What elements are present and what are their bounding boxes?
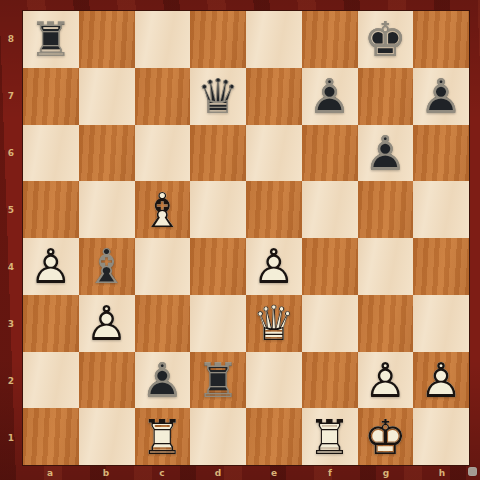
file-label-f: f [302,466,358,480]
black-rook[interactable]: ♜♖ [190,352,246,409]
file-labels: abcdefgh [22,466,470,480]
square-g8[interactable]: ♚♔ [358,11,414,68]
rank-label-3: 3 [0,295,22,352]
white-bishop[interactable]: ♝♗ [135,181,191,238]
file-label-g: g [358,466,414,480]
square-d8[interactable] [190,11,246,68]
square-h4[interactable] [413,238,469,295]
file-label-c: c [134,466,190,480]
file-label-a: a [22,466,78,480]
rank-label-1: 1 [0,409,22,466]
square-e4[interactable]: ♟♙ [246,238,302,295]
square-d6[interactable] [190,125,246,182]
file-label-d: d [190,466,246,480]
square-h1[interactable] [413,408,469,465]
piece-glyph-outline: ♖ [135,408,191,465]
square-c7[interactable] [135,68,191,125]
piece-glyph-outline: ♔ [358,11,414,68]
square-e1[interactable] [246,408,302,465]
square-g1[interactable]: ♚♔ [358,408,414,465]
white-pawn[interactable]: ♟♙ [413,352,469,409]
square-a7[interactable] [23,68,79,125]
black-queen[interactable]: ♛♕ [190,68,246,125]
piece-glyph-outline: ♖ [23,11,79,68]
square-f8[interactable] [302,11,358,68]
square-a2[interactable] [23,352,79,409]
square-d1[interactable] [190,408,246,465]
rank-labels: 87654321 [0,10,22,466]
square-a4[interactable]: ♟♙ [23,238,79,295]
square-h6[interactable] [413,125,469,182]
rank-label-6: 6 [0,124,22,181]
square-b3[interactable]: ♟♙ [79,295,135,352]
rank-label-5: 5 [0,181,22,238]
square-h5[interactable] [413,181,469,238]
white-pawn[interactable]: ♟♙ [23,238,79,295]
square-e5[interactable] [246,181,302,238]
piece-glyph-outline: ♔ [358,408,414,465]
square-g5[interactable] [358,181,414,238]
piece-glyph-outline: ♗ [135,181,191,238]
square-h7[interactable]: ♟♙ [413,68,469,125]
square-c8[interactable] [135,11,191,68]
piece-glyph-outline: ♙ [358,352,414,409]
black-bishop[interactable]: ♝♗ [79,238,135,295]
square-f1[interactable]: ♜♖ [302,408,358,465]
square-c4[interactable] [135,238,191,295]
square-c5[interactable]: ♝♗ [135,181,191,238]
square-a3[interactable] [23,295,79,352]
square-d2[interactable]: ♜♖ [190,352,246,409]
square-c2[interactable]: ♟♙ [135,352,191,409]
square-e6[interactable] [246,125,302,182]
square-f3[interactable] [302,295,358,352]
white-pawn[interactable]: ♟♙ [358,352,414,409]
square-d3[interactable] [190,295,246,352]
square-f5[interactable] [302,181,358,238]
square-e3[interactable]: ♛♕ [246,295,302,352]
file-label-h: h [414,466,470,480]
corner-badge-icon [468,467,477,476]
piece-glyph-outline: ♙ [23,238,79,295]
white-pawn[interactable]: ♟♙ [246,238,302,295]
square-d4[interactable] [190,238,246,295]
black-pawn[interactable]: ♟♙ [358,125,414,182]
square-a1[interactable] [23,408,79,465]
rank-label-4: 4 [0,238,22,295]
square-b1[interactable] [79,408,135,465]
black-rook[interactable]: ♜♖ [23,11,79,68]
square-a6[interactable] [23,125,79,182]
piece-glyph-outline: ♖ [190,352,246,409]
square-e2[interactable] [246,352,302,409]
square-g2[interactable]: ♟♙ [358,352,414,409]
square-f6[interactable] [302,125,358,182]
square-c6[interactable] [135,125,191,182]
black-king[interactable]: ♚♔ [358,11,414,68]
rank-label-7: 7 [0,67,22,124]
square-b7[interactable] [79,68,135,125]
square-d7[interactable]: ♛♕ [190,68,246,125]
white-king[interactable]: ♚♔ [358,408,414,465]
square-a5[interactable] [23,181,79,238]
rank-label-8: 8 [0,10,22,67]
square-c3[interactable] [135,295,191,352]
square-h2[interactable]: ♟♙ [413,352,469,409]
square-g7[interactable] [358,68,414,125]
square-b2[interactable] [79,352,135,409]
piece-glyph-outline: ♙ [302,68,358,125]
square-c1[interactable]: ♜♖ [135,408,191,465]
square-f2[interactable] [302,352,358,409]
piece-glyph-outline: ♖ [302,408,358,465]
square-b6[interactable] [79,125,135,182]
square-g3[interactable] [358,295,414,352]
piece-glyph-outline: ♙ [79,295,135,352]
white-rook[interactable]: ♜♖ [302,408,358,465]
white-queen[interactable]: ♛♕ [246,295,302,352]
piece-glyph-outline: ♙ [413,68,469,125]
square-f4[interactable] [302,238,358,295]
square-h3[interactable] [413,295,469,352]
piece-glyph-outline: ♙ [413,352,469,409]
square-b8[interactable] [79,11,135,68]
piece-glyph-outline: ♗ [79,238,135,295]
black-pawn[interactable]: ♟♙ [302,68,358,125]
piece-glyph-outline: ♙ [135,352,191,409]
piece-glyph-outline: ♕ [190,68,246,125]
square-g6[interactable]: ♟♙ [358,125,414,182]
piece-glyph-outline: ♙ [358,125,414,182]
piece-glyph-outline: ♙ [246,238,302,295]
square-e8[interactable] [246,11,302,68]
square-b5[interactable] [79,181,135,238]
square-b4[interactable]: ♝♗ [79,238,135,295]
piece-glyph-outline: ♕ [246,295,302,352]
square-e7[interactable] [246,68,302,125]
chess-board-frame: 87654321 ♜♖♚♔♛♕♟♙♟♙♟♙♝♗♟♙♝♗♟♙♟♙♛♕♟♙♜♖♟♙♟… [0,0,480,480]
white-rook[interactable]: ♜♖ [135,408,191,465]
white-pawn[interactable]: ♟♙ [79,295,135,352]
black-pawn[interactable]: ♟♙ [135,352,191,409]
square-g4[interactable] [358,238,414,295]
square-h8[interactable] [413,11,469,68]
chess-board: ♜♖♚♔♛♕♟♙♟♙♟♙♝♗♟♙♝♗♟♙♟♙♛♕♟♙♜♖♟♙♟♙♜♖♜♖♚♔ [22,10,470,466]
square-d5[interactable] [190,181,246,238]
square-a8[interactable]: ♜♖ [23,11,79,68]
file-label-b: b [78,466,134,480]
square-f7[interactable]: ♟♙ [302,68,358,125]
black-pawn[interactable]: ♟♙ [413,68,469,125]
file-label-e: e [246,466,302,480]
rank-label-2: 2 [0,352,22,409]
